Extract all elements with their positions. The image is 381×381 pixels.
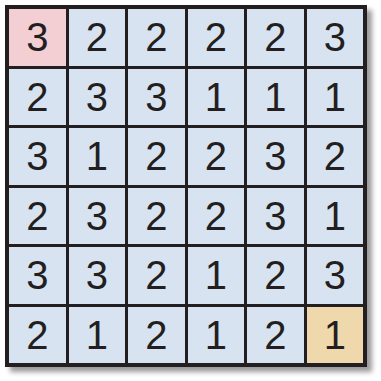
- cell-r2c2[interactable]: 2: [128, 128, 185, 185]
- cell-r5c0[interactable]: 2: [9, 307, 66, 364]
- cell-r4c5[interactable]: 3: [307, 247, 364, 304]
- cell-r3c5[interactable]: 1: [307, 188, 364, 245]
- cell-r5c1[interactable]: 1: [69, 307, 126, 364]
- cell-r4c1[interactable]: 3: [69, 247, 126, 304]
- cell-r1c5[interactable]: 1: [307, 69, 364, 126]
- cell-r2c5[interactable]: 2: [307, 128, 364, 185]
- cell-r3c4[interactable]: 3: [247, 188, 304, 245]
- cell-r4c2[interactable]: 2: [128, 247, 185, 304]
- cell-r3c0[interactable]: 2: [9, 188, 66, 245]
- cell-r1c2[interactable]: 3: [128, 69, 185, 126]
- goal-cell-r5c5[interactable]: 1: [307, 307, 364, 364]
- cell-r5c3[interactable]: 1: [188, 307, 245, 364]
- cell-r3c2[interactable]: 2: [128, 188, 185, 245]
- cell-r2c1[interactable]: 1: [69, 128, 126, 185]
- cell-r5c2[interactable]: 2: [128, 307, 185, 364]
- cell-r3c3[interactable]: 2: [188, 188, 245, 245]
- cell-r0c5[interactable]: 3: [307, 9, 364, 66]
- cell-r1c3[interactable]: 1: [188, 69, 245, 126]
- cell-r1c0[interactable]: 2: [9, 69, 66, 126]
- cell-r1c4[interactable]: 1: [247, 69, 304, 126]
- cell-r2c0[interactable]: 3: [9, 128, 66, 185]
- cell-r5c4[interactable]: 2: [247, 307, 304, 364]
- cell-r4c3[interactable]: 1: [188, 247, 245, 304]
- cell-r4c4[interactable]: 2: [247, 247, 304, 304]
- cell-r0c2[interactable]: 2: [128, 9, 185, 66]
- cell-r0c3[interactable]: 2: [188, 9, 245, 66]
- cell-r2c4[interactable]: 3: [247, 128, 304, 185]
- cell-r1c1[interactable]: 3: [69, 69, 126, 126]
- cell-r4c0[interactable]: 3: [9, 247, 66, 304]
- cell-r0c1[interactable]: 2: [69, 9, 126, 66]
- number-maze-board: 322223233111312232232231332123212121: [5, 5, 367, 367]
- cell-r0c4[interactable]: 2: [247, 9, 304, 66]
- cell-r3c1[interactable]: 3: [69, 188, 126, 245]
- start-cell-r0c0[interactable]: 3: [9, 9, 66, 66]
- cell-r2c3[interactable]: 2: [188, 128, 245, 185]
